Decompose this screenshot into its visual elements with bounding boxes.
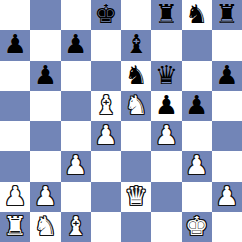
piece-black-pawn[interactable]: ♟ [185, 92, 208, 118]
square-d6[interactable] [91, 61, 121, 91]
square-b3[interactable] [30, 151, 60, 181]
square-d8[interactable]: ♚ [91, 0, 121, 30]
piece-white-bishop[interactable]: ♝ [64, 213, 87, 239]
square-g1[interactable]: ♚ [182, 212, 212, 242]
square-a5[interactable] [0, 91, 30, 121]
square-c4[interactable] [61, 121, 91, 151]
square-e2[interactable]: ♛ [121, 182, 151, 212]
piece-black-king[interactable]: ♚ [94, 1, 117, 27]
piece-white-pawn[interactable]: ♟ [3, 183, 26, 209]
square-f5[interactable]: ♟ [151, 91, 181, 121]
piece-white-pawn[interactable]: ♟ [215, 183, 238, 209]
square-a4[interactable] [0, 121, 30, 151]
piece-white-knight[interactable]: ♞ [34, 213, 57, 239]
square-f8[interactable]: ♜ [151, 0, 181, 30]
piece-black-knight[interactable]: ♞ [185, 1, 208, 27]
square-d2[interactable] [91, 182, 121, 212]
square-b7[interactable] [30, 30, 60, 60]
square-a7[interactable]: ♟ [0, 30, 30, 60]
piece-white-king[interactable]: ♚ [185, 213, 208, 239]
square-d7[interactable] [91, 30, 121, 60]
piece-white-bishop[interactable]: ♝ [94, 92, 117, 118]
chess-board-wrapper: ♚♜♞♜♟♟♝♟♞♛♟♝♞♟♟♟♟♟♟♟♟♛♟♜♞♝♚ [0, 0, 242, 242]
square-c3[interactable]: ♟ [61, 151, 91, 181]
square-g7[interactable] [182, 30, 212, 60]
square-f2[interactable] [151, 182, 181, 212]
square-d4[interactable]: ♟ [91, 121, 121, 151]
square-a1[interactable]: ♜ [0, 212, 30, 242]
square-c2[interactable] [61, 182, 91, 212]
piece-black-pawn[interactable]: ♟ [64, 31, 87, 57]
square-g6[interactable] [182, 61, 212, 91]
square-h5[interactable] [212, 91, 242, 121]
square-e4[interactable] [121, 121, 151, 151]
piece-black-pawn[interactable]: ♟ [155, 92, 178, 118]
square-e7[interactable]: ♝ [121, 30, 151, 60]
piece-white-rook[interactable]: ♜ [3, 213, 26, 239]
square-f1[interactable] [151, 212, 181, 242]
square-a8[interactable] [0, 0, 30, 30]
square-g4[interactable] [182, 121, 212, 151]
square-e3[interactable] [121, 151, 151, 181]
piece-black-queen[interactable]: ♛ [155, 62, 178, 88]
square-c8[interactable] [61, 0, 91, 30]
square-e6[interactable]: ♞ [121, 61, 151, 91]
square-d1[interactable] [91, 212, 121, 242]
square-h1[interactable] [212, 212, 242, 242]
piece-white-pawn[interactable]: ♟ [185, 152, 208, 178]
square-f3[interactable] [151, 151, 181, 181]
square-e5[interactable]: ♞ [121, 91, 151, 121]
square-a2[interactable]: ♟ [0, 182, 30, 212]
square-f4[interactable]: ♟ [151, 121, 181, 151]
chess-board: ♚♜♞♜♟♟♝♟♞♛♟♝♞♟♟♟♟♟♟♟♟♛♟♜♞♝♚ [0, 0, 242, 242]
square-h8[interactable]: ♜ [212, 0, 242, 30]
piece-white-pawn[interactable]: ♟ [155, 122, 178, 148]
square-a6[interactable] [0, 61, 30, 91]
square-g5[interactable]: ♟ [182, 91, 212, 121]
square-g2[interactable] [182, 182, 212, 212]
square-a3[interactable] [0, 151, 30, 181]
square-h2[interactable]: ♟ [212, 182, 242, 212]
square-e1[interactable] [121, 212, 151, 242]
square-b6[interactable]: ♟ [30, 61, 60, 91]
square-b2[interactable]: ♟ [30, 182, 60, 212]
piece-black-pawn[interactable]: ♟ [34, 62, 57, 88]
square-c1[interactable]: ♝ [61, 212, 91, 242]
square-h7[interactable] [212, 30, 242, 60]
piece-white-pawn[interactable]: ♟ [34, 183, 57, 209]
square-d5[interactable]: ♝ [91, 91, 121, 121]
piece-black-pawn[interactable]: ♟ [3, 31, 26, 57]
square-e8[interactable] [121, 0, 151, 30]
piece-white-pawn[interactable]: ♟ [94, 122, 117, 148]
piece-white-knight[interactable]: ♞ [124, 92, 147, 118]
square-b8[interactable] [30, 0, 60, 30]
square-g8[interactable]: ♞ [182, 0, 212, 30]
square-b4[interactable] [30, 121, 60, 151]
piece-white-pawn[interactable]: ♟ [64, 152, 87, 178]
square-d3[interactable] [91, 151, 121, 181]
piece-black-bishop[interactable]: ♝ [124, 31, 147, 57]
piece-black-pawn[interactable]: ♟ [215, 62, 238, 88]
square-b1[interactable]: ♞ [30, 212, 60, 242]
square-g3[interactable]: ♟ [182, 151, 212, 181]
square-c7[interactable]: ♟ [61, 30, 91, 60]
piece-white-queen[interactable]: ♛ [124, 183, 147, 209]
square-h6[interactable]: ♟ [212, 61, 242, 91]
square-b5[interactable] [30, 91, 60, 121]
piece-black-knight[interactable]: ♞ [124, 62, 147, 88]
square-f6[interactable]: ♛ [151, 61, 181, 91]
piece-black-rook[interactable]: ♜ [215, 1, 238, 27]
square-f7[interactable] [151, 30, 181, 60]
square-h3[interactable] [212, 151, 242, 181]
square-h4[interactable] [212, 121, 242, 151]
piece-black-rook[interactable]: ♜ [155, 1, 178, 27]
square-c5[interactable] [61, 91, 91, 121]
square-c6[interactable] [61, 61, 91, 91]
